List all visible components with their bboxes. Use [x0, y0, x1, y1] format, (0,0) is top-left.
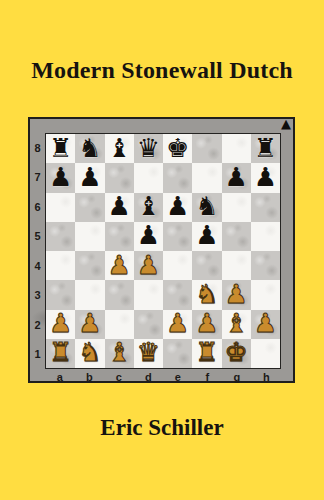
piece-white-queen: ♛ — [137, 339, 160, 365]
square-f3: ♞ — [192, 280, 221, 309]
piece-white-pawn: ♟ — [49, 310, 72, 336]
square-d1: ♛ — [134, 339, 163, 368]
piece-white-pawn: ♟ — [224, 281, 247, 307]
square-b3 — [75, 280, 104, 309]
file-label-d: d — [134, 370, 164, 384]
piece-white-bishop: ♝ — [224, 310, 247, 336]
piece-black-rook: ♜ — [254, 135, 277, 161]
square-g5 — [222, 222, 251, 251]
square-d4: ♟ — [134, 251, 163, 280]
square-a4 — [46, 251, 75, 280]
square-c5 — [105, 222, 134, 251]
square-e1 — [163, 339, 192, 368]
piece-black-bishop: ♝ — [137, 193, 160, 219]
square-e6: ♟ — [163, 193, 192, 222]
square-a2: ♟ — [46, 310, 75, 339]
chess-board: ♜♞♝♛♚♜♟♟♟♟♟♝♟♞♟♟♟♟♞♟♟♟♟♟♝♟♜♞♝♛♜♚ — [45, 133, 281, 369]
square-h8: ♜ — [251, 134, 280, 163]
square-e4 — [163, 251, 192, 280]
square-f8 — [192, 134, 221, 163]
square-g8 — [222, 134, 251, 163]
square-b1: ♞ — [75, 339, 104, 368]
square-f4 — [192, 251, 221, 280]
piece-white-pawn: ♟ — [195, 310, 218, 336]
square-c4: ♟ — [105, 251, 134, 280]
square-b5 — [75, 222, 104, 251]
piece-black-bishop: ♝ — [107, 135, 130, 161]
file-label-a: a — [45, 370, 75, 384]
square-c6: ♟ — [105, 193, 134, 222]
square-d6: ♝ — [134, 193, 163, 222]
square-a1: ♜ — [46, 339, 75, 368]
square-e3 — [163, 280, 192, 309]
piece-black-pawn: ♟ — [78, 164, 101, 190]
piece-black-queen: ♛ — [137, 135, 160, 161]
square-a7: ♟ — [46, 163, 75, 192]
piece-black-pawn: ♟ — [107, 193, 130, 219]
square-c7 — [105, 163, 134, 192]
square-h5 — [251, 222, 280, 251]
file-label-g: g — [222, 370, 252, 384]
square-h6 — [251, 193, 280, 222]
piece-black-pawn: ♟ — [49, 164, 72, 190]
square-c8: ♝ — [105, 134, 134, 163]
square-g3: ♟ — [222, 280, 251, 309]
square-f7 — [192, 163, 221, 192]
piece-white-bishop: ♝ — [107, 339, 130, 365]
square-h1 — [251, 339, 280, 368]
rank-label-8: 8 — [30, 133, 45, 163]
book-author: Eric Schiller — [0, 415, 324, 441]
piece-white-knight: ♞ — [78, 339, 101, 365]
rank-label-6: 6 — [30, 192, 45, 222]
piece-black-knight: ♞ — [78, 135, 101, 161]
piece-white-rook: ♜ — [195, 339, 218, 365]
piece-white-pawn: ♟ — [137, 252, 160, 278]
rank-label-5: 5 — [30, 222, 45, 252]
square-f2: ♟ — [192, 310, 221, 339]
square-b6 — [75, 193, 104, 222]
rank-label-4: 4 — [30, 251, 45, 281]
square-e5 — [163, 222, 192, 251]
square-c2 — [105, 310, 134, 339]
square-h4 — [251, 251, 280, 280]
square-h7: ♟ — [251, 163, 280, 192]
square-g4 — [222, 251, 251, 280]
piece-white-king: ♚ — [224, 339, 247, 365]
rank-label-2: 2 — [30, 310, 45, 340]
square-c1: ♝ — [105, 339, 134, 368]
square-d7 — [134, 163, 163, 192]
square-a5 — [46, 222, 75, 251]
book-cover: Modern Stonewall Dutch ▲ ♜♞♝♛♚♜♟♟♟♟♟♝♟♞♟… — [0, 0, 324, 500]
square-b4 — [75, 251, 104, 280]
square-d8: ♛ — [134, 134, 163, 163]
rank-label-7: 7 — [30, 163, 45, 193]
square-e2: ♟ — [163, 310, 192, 339]
piece-black-pawn: ♟ — [224, 164, 247, 190]
square-e7 — [163, 163, 192, 192]
square-f1: ♜ — [192, 339, 221, 368]
piece-white-pawn: ♟ — [166, 310, 189, 336]
piece-black-pawn: ♟ — [137, 222, 160, 248]
rank-label-1: 1 — [30, 340, 45, 370]
square-d3 — [134, 280, 163, 309]
square-g2: ♝ — [222, 310, 251, 339]
square-c3 — [105, 280, 134, 309]
square-h2: ♟ — [251, 310, 280, 339]
square-b7: ♟ — [75, 163, 104, 192]
piece-black-pawn: ♟ — [254, 164, 277, 190]
square-h3 — [251, 280, 280, 309]
square-f5: ♟ — [192, 222, 221, 251]
file-label-h: h — [252, 370, 282, 384]
file-label-b: b — [75, 370, 105, 384]
chess-board-frame: ▲ ♜♞♝♛♚♜♟♟♟♟♟♝♟♞♟♟♟♟♞♟♟♟♟♟♝♟♜♞♝♛♜♚ 87654… — [28, 117, 295, 383]
square-d5: ♟ — [134, 222, 163, 251]
piece-black-king: ♚ — [166, 135, 189, 161]
book-title: Modern Stonewall Dutch — [0, 57, 324, 84]
piece-white-pawn: ♟ — [107, 252, 130, 278]
piece-white-pawn: ♟ — [254, 310, 277, 336]
square-a6 — [46, 193, 75, 222]
square-a3 — [46, 280, 75, 309]
piece-white-pawn: ♟ — [78, 310, 101, 336]
square-g1: ♚ — [222, 339, 251, 368]
rank-label-3: 3 — [30, 281, 45, 311]
square-f6: ♞ — [192, 193, 221, 222]
square-g7: ♟ — [222, 163, 251, 192]
file-label-c: c — [104, 370, 134, 384]
piece-black-pawn: ♟ — [166, 193, 189, 219]
file-label-e: e — [163, 370, 193, 384]
piece-white-rook: ♜ — [49, 339, 72, 365]
piece-black-knight: ♞ — [195, 193, 218, 219]
square-e8: ♚ — [163, 134, 192, 163]
square-a8: ♜ — [46, 134, 75, 163]
white-to-move-icon: ▲ — [281, 117, 291, 131]
piece-black-pawn: ♟ — [195, 222, 218, 248]
square-b2: ♟ — [75, 310, 104, 339]
piece-black-rook: ♜ — [49, 135, 72, 161]
square-g6 — [222, 193, 251, 222]
square-d2 — [134, 310, 163, 339]
square-b8: ♞ — [75, 134, 104, 163]
piece-white-knight: ♞ — [195, 281, 218, 307]
file-label-f: f — [193, 370, 223, 384]
